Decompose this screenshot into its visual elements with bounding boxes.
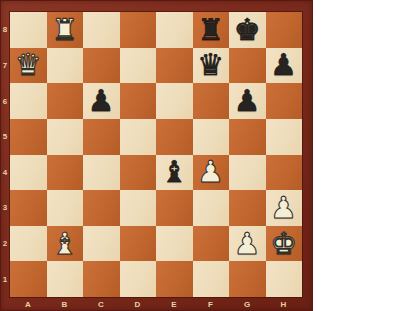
square-g4[interactable] (229, 155, 266, 191)
rank-label-8: 8 (0, 12, 10, 48)
square-a8[interactable] (10, 12, 47, 48)
square-g1[interactable] (229, 261, 266, 297)
rank-label-5: 5 (0, 119, 10, 155)
rank-label-7: 7 (0, 48, 10, 84)
square-e5[interactable] (156, 119, 193, 155)
square-b3[interactable] (47, 190, 84, 226)
file-label-b: B (47, 297, 84, 311)
square-h1[interactable] (266, 261, 303, 297)
square-a1[interactable] (10, 261, 47, 297)
piece-black-king-g8[interactable]: ♚ (229, 12, 266, 48)
square-c4[interactable] (83, 155, 120, 191)
square-h2[interactable]: ♚ (266, 226, 303, 262)
rank-label-4: 4 (0, 155, 10, 191)
file-coordinates: ABCDEFGH (10, 297, 302, 311)
square-g7[interactable] (229, 48, 266, 84)
square-d2[interactable] (120, 226, 157, 262)
square-h8[interactable] (266, 12, 303, 48)
square-d1[interactable] (120, 261, 157, 297)
square-a2[interactable] (10, 226, 47, 262)
file-label-c: C (83, 297, 120, 311)
file-label-h: H (266, 297, 303, 311)
square-f4[interactable]: ♟ (193, 155, 230, 191)
square-e7[interactable] (156, 48, 193, 84)
piece-white-pawn-f4[interactable]: ♟ (193, 155, 230, 191)
square-d8[interactable] (120, 12, 157, 48)
square-c6[interactable]: ♟ (83, 83, 120, 119)
square-h7[interactable]: ♟ (266, 48, 303, 84)
square-b4[interactable] (47, 155, 84, 191)
square-f7[interactable]: ♛ (193, 48, 230, 84)
square-d3[interactable] (120, 190, 157, 226)
square-g6[interactable]: ♟ (229, 83, 266, 119)
piece-white-king-h2[interactable]: ♚ (266, 226, 303, 262)
square-e4[interactable]: ♝ (156, 155, 193, 191)
square-c7[interactable] (83, 48, 120, 84)
square-a6[interactable] (10, 83, 47, 119)
square-g8[interactable]: ♚ (229, 12, 266, 48)
square-b8[interactable]: ♜ (47, 12, 84, 48)
rank-label-6: 6 (0, 83, 10, 119)
square-b6[interactable] (47, 83, 84, 119)
square-h4[interactable] (266, 155, 303, 191)
square-d7[interactable] (120, 48, 157, 84)
square-b5[interactable] (47, 119, 84, 155)
square-a7[interactable]: ♛ (10, 48, 47, 84)
square-a4[interactable] (10, 155, 47, 191)
square-e2[interactable] (156, 226, 193, 262)
piece-black-pawn-g6[interactable]: ♟ (229, 83, 266, 119)
square-h5[interactable] (266, 119, 303, 155)
piece-black-pawn-h7[interactable]: ♟ (266, 48, 303, 84)
square-f5[interactable] (193, 119, 230, 155)
square-e3[interactable] (156, 190, 193, 226)
square-d5[interactable] (120, 119, 157, 155)
piece-black-pawn-c6[interactable]: ♟ (83, 83, 120, 119)
square-a5[interactable] (10, 119, 47, 155)
square-g5[interactable] (229, 119, 266, 155)
piece-black-bishop-e4[interactable]: ♝ (156, 155, 193, 191)
rank-label-2: 2 (0, 226, 10, 262)
piece-black-queen-f7[interactable]: ♛ (193, 48, 230, 84)
chess-board: 87654321 ♜♜♚♛♛♟♟♟♝♟♟♝♟♚ ABCDEFGH (0, 0, 313, 311)
square-f2[interactable] (193, 226, 230, 262)
rank-coordinates: 87654321 (0, 12, 10, 297)
square-b7[interactable] (47, 48, 84, 84)
square-f3[interactable] (193, 190, 230, 226)
square-h3[interactable]: ♟ (266, 190, 303, 226)
square-c1[interactable] (83, 261, 120, 297)
piece-black-rook-f8[interactable]: ♜ (193, 12, 230, 48)
square-e6[interactable] (156, 83, 193, 119)
piece-white-pawn-h3[interactable]: ♟ (266, 190, 303, 226)
square-g3[interactable] (229, 190, 266, 226)
piece-white-queen-a7[interactable]: ♛ (10, 48, 47, 84)
square-c5[interactable] (83, 119, 120, 155)
file-label-g: G (229, 297, 266, 311)
file-label-a: A (10, 297, 47, 311)
piece-white-rook-b8[interactable]: ♜ (47, 12, 84, 48)
square-f8[interactable]: ♜ (193, 12, 230, 48)
square-b2[interactable]: ♝ (47, 226, 84, 262)
square-c2[interactable] (83, 226, 120, 262)
rank-label-3: 3 (0, 190, 10, 226)
square-c8[interactable] (83, 12, 120, 48)
square-h6[interactable] (266, 83, 303, 119)
page: 87654321 ♜♜♚♛♛♟♟♟♝♟♟♝♟♚ ABCDEFGH (0, 0, 414, 311)
square-a3[interactable] (10, 190, 47, 226)
square-f1[interactable] (193, 261, 230, 297)
square-g2[interactable]: ♟ (229, 226, 266, 262)
piece-white-pawn-g2[interactable]: ♟ (229, 226, 266, 262)
file-label-f: F (193, 297, 230, 311)
file-label-d: D (120, 297, 157, 311)
square-d6[interactable] (120, 83, 157, 119)
square-c3[interactable] (83, 190, 120, 226)
rank-label-1: 1 (0, 261, 10, 297)
piece-white-bishop-b2[interactable]: ♝ (47, 226, 84, 262)
square-e1[interactable] (156, 261, 193, 297)
board-grid: ♜♜♚♛♛♟♟♟♝♟♟♝♟♚ (10, 12, 302, 297)
square-b1[interactable] (47, 261, 84, 297)
square-d4[interactable] (120, 155, 157, 191)
square-e8[interactable] (156, 12, 193, 48)
file-label-e: E (156, 297, 193, 311)
square-f6[interactable] (193, 83, 230, 119)
